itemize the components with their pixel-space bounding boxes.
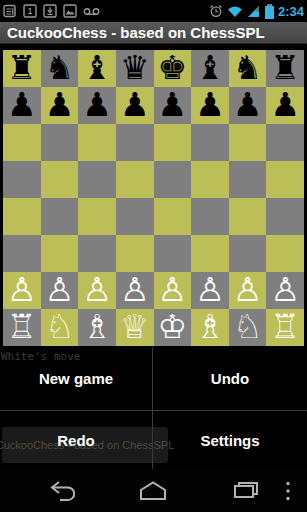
- piece-wn-b1: ♘: [45, 310, 75, 343]
- square-a3[interactable]: [3, 235, 41, 272]
- square-e4[interactable]: [154, 198, 192, 235]
- square-e5[interactable]: [154, 161, 192, 198]
- square-b4[interactable]: [41, 198, 79, 235]
- square-f7[interactable]: ♟: [191, 87, 229, 124]
- piece-wp-e2: ♙: [158, 273, 188, 306]
- square-h1[interactable]: ♖: [266, 309, 304, 346]
- status-bar: 1: [0, 0, 307, 22]
- square-f2[interactable]: ♙: [191, 272, 229, 309]
- square-d6[interactable]: [116, 124, 154, 161]
- square-c3[interactable]: [78, 235, 116, 272]
- piece-bp-b7: ♟: [45, 88, 75, 121]
- undo-button[interactable]: Undo: [153, 346, 307, 410]
- piece-wb-c1: ♗: [82, 310, 112, 343]
- square-e6[interactable]: [154, 124, 192, 161]
- square-b8[interactable]: ♞: [41, 50, 79, 87]
- square-d3[interactable]: [116, 235, 154, 272]
- piece-wn-g1: ♘: [233, 310, 263, 343]
- recents-icon[interactable]: [231, 480, 261, 502]
- square-e8[interactable]: ♚: [154, 50, 192, 87]
- phone-screen: 1: [0, 0, 307, 512]
- piece-wp-h2: ♙: [270, 273, 300, 306]
- square-h3[interactable]: [266, 235, 304, 272]
- square-g2[interactable]: ♙: [229, 272, 267, 309]
- square-a8[interactable]: ♜: [3, 50, 41, 87]
- square-d7[interactable]: ♟: [116, 87, 154, 124]
- square-b7[interactable]: ♟: [41, 87, 79, 124]
- screenshot-icon: [63, 4, 77, 18]
- app-title: CuckooChess - based on ChessSPL: [7, 24, 265, 41]
- square-c5[interactable]: [78, 161, 116, 198]
- piece-wp-d2: ♙: [120, 273, 150, 306]
- download-icon: [43, 4, 57, 18]
- square-g6[interactable]: [229, 124, 267, 161]
- square-f4[interactable]: [191, 198, 229, 235]
- square-h2[interactable]: ♙: [266, 272, 304, 309]
- alarm-icon: [209, 4, 223, 18]
- back-icon[interactable]: [48, 479, 78, 503]
- piece-bp-a7: ♟: [7, 88, 37, 121]
- square-e3[interactable]: [154, 235, 192, 272]
- clock-time: 2:34: [278, 4, 304, 19]
- counter-badge: 1: [23, 5, 37, 17]
- options-menu-panel: White's move CuckooChess - based on Ches…: [0, 346, 307, 469]
- square-f8[interactable]: ♝: [191, 50, 229, 87]
- square-b2[interactable]: ♙: [41, 272, 79, 309]
- square-d8[interactable]: ♛: [116, 50, 154, 87]
- square-h7[interactable]: ♟: [266, 87, 304, 124]
- board-area: ♜♞♝♛♚♝♞♜♟♟♟♟♟♟♟♟♙♙♙♙♙♙♙♙♖♘♗♕♔♗♘♖: [0, 44, 307, 346]
- piece-bp-e7: ♟: [158, 88, 188, 121]
- piece-bp-f7: ♟: [195, 88, 225, 121]
- piece-br-h8: ♜: [270, 51, 300, 84]
- square-b5[interactable]: [41, 161, 79, 198]
- home-icon[interactable]: [138, 480, 168, 502]
- square-g1[interactable]: ♘: [229, 309, 267, 346]
- redo-button[interactable]: Redo: [0, 411, 152, 469]
- piece-wk-e1: ♔: [158, 310, 188, 343]
- piece-bp-g7: ♟: [233, 88, 263, 121]
- square-c8[interactable]: ♝: [78, 50, 116, 87]
- square-h4[interactable]: [266, 198, 304, 235]
- square-g7[interactable]: ♟: [229, 87, 267, 124]
- piece-wp-a2: ♙: [7, 273, 37, 306]
- square-g3[interactable]: [229, 235, 267, 272]
- piece-wr-a1: ♖: [7, 310, 37, 343]
- piece-bn-b8: ♞: [45, 51, 75, 84]
- piece-bq-d8: ♛: [120, 51, 150, 84]
- piece-bb-f8: ♝: [195, 51, 225, 84]
- square-d5[interactable]: [116, 161, 154, 198]
- square-c6[interactable]: [78, 124, 116, 161]
- chess-board: ♜♞♝♛♚♝♞♜♟♟♟♟♟♟♟♟♙♙♙♙♙♙♙♙♖♘♗♕♔♗♘♖: [3, 50, 304, 346]
- square-a4[interactable]: [3, 198, 41, 235]
- square-b1[interactable]: ♘: [41, 309, 79, 346]
- piece-wr-h1: ♖: [270, 310, 300, 343]
- square-f3[interactable]: [191, 235, 229, 272]
- piece-bk-e8: ♚: [158, 51, 188, 84]
- square-f1[interactable]: ♗: [191, 309, 229, 346]
- square-e1[interactable]: ♔: [154, 309, 192, 346]
- piece-wp-b2: ♙: [45, 273, 75, 306]
- overflow-menu-icon[interactable]: [284, 480, 292, 502]
- square-c2[interactable]: ♙: [78, 272, 116, 309]
- piece-br-a8: ♜: [7, 51, 37, 84]
- note-icon: [3, 4, 17, 18]
- counter-1-icon: 1: [23, 4, 37, 18]
- settings-button[interactable]: Settings: [153, 411, 307, 469]
- square-h6[interactable]: [266, 124, 304, 161]
- square-c7[interactable]: ♟: [78, 87, 116, 124]
- square-c4[interactable]: [78, 198, 116, 235]
- piece-bp-c7: ♟: [82, 88, 112, 121]
- square-b3[interactable]: [41, 235, 79, 272]
- piece-wb-f1: ♗: [195, 310, 225, 343]
- square-g4[interactable]: [229, 198, 267, 235]
- square-f5[interactable]: [191, 161, 229, 198]
- piece-bp-d7: ♟: [120, 88, 150, 121]
- signal-icon: [247, 5, 260, 18]
- new-game-button[interactable]: New game: [0, 346, 152, 410]
- wifi-icon: [227, 5, 243, 18]
- square-d1[interactable]: ♕: [116, 309, 154, 346]
- piece-bp-h7: ♟: [270, 88, 300, 121]
- square-f6[interactable]: [191, 124, 229, 161]
- battery-icon: [265, 4, 274, 19]
- square-d2[interactable]: ♙: [116, 272, 154, 309]
- piece-bn-g8: ♞: [233, 51, 263, 84]
- status-bar-right: 2:34: [209, 4, 304, 19]
- navigation-bar: [0, 469, 307, 512]
- square-g5[interactable]: [229, 161, 267, 198]
- square-a6[interactable]: [3, 124, 41, 161]
- square-a5[interactable]: [3, 161, 41, 198]
- piece-wp-f2: ♙: [195, 273, 225, 306]
- piece-bb-c8: ♝: [82, 51, 112, 84]
- square-g8[interactable]: ♞: [229, 50, 267, 87]
- title-bar: CuckooChess - based on ChessSPL: [0, 22, 307, 44]
- square-e7[interactable]: ♟: [154, 87, 192, 124]
- square-a1[interactable]: ♖: [3, 309, 41, 346]
- voicemail-icon: [83, 6, 100, 17]
- square-a7[interactable]: ♟: [3, 87, 41, 124]
- square-d4[interactable]: [116, 198, 154, 235]
- square-a2[interactable]: ♙: [3, 272, 41, 309]
- square-h8[interactable]: ♜: [266, 50, 304, 87]
- piece-wp-g2: ♙: [233, 273, 263, 306]
- square-h5[interactable]: [266, 161, 304, 198]
- piece-wp-c2: ♙: [82, 273, 112, 306]
- piece-wq-d1: ♕: [120, 310, 150, 343]
- square-c1[interactable]: ♗: [78, 309, 116, 346]
- square-b6[interactable]: [41, 124, 79, 161]
- square-e2[interactable]: ♙: [154, 272, 192, 309]
